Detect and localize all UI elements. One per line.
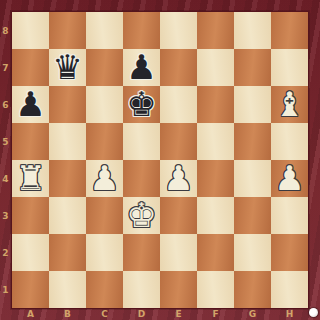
square-a2[interactable] <box>12 234 49 271</box>
square-g4[interactable] <box>234 160 271 197</box>
square-e1[interactable] <box>160 271 197 308</box>
square-d1[interactable] <box>123 271 160 308</box>
rank-label-5: 5 <box>0 123 11 160</box>
black-pawn[interactable]: ♟ <box>15 86 45 123</box>
square-c3[interactable] <box>86 197 123 234</box>
square-e3[interactable] <box>160 197 197 234</box>
white-rook[interactable]: ♜ <box>15 160 45 197</box>
white-bishop[interactable]: ♝ <box>274 86 304 123</box>
square-d5[interactable] <box>123 123 160 160</box>
white-to-move-indicator <box>309 308 318 317</box>
square-e7[interactable] <box>160 49 197 86</box>
file-label-d: D <box>123 307 160 320</box>
white-pawn[interactable]: ♟ <box>89 160 119 197</box>
rank-label-8: 8 <box>0 12 11 49</box>
chess-diagram: ♛♟♟♚♝♜♟♟♟♚ 87654321 ABCDEFGH <box>0 0 320 320</box>
square-c1[interactable] <box>86 271 123 308</box>
black-pawn[interactable]: ♟ <box>126 49 156 86</box>
square-e2[interactable] <box>160 234 197 271</box>
square-d8[interactable] <box>123 12 160 49</box>
square-g6[interactable] <box>234 86 271 123</box>
square-c8[interactable] <box>86 12 123 49</box>
square-b2[interactable] <box>49 234 86 271</box>
square-g2[interactable] <box>234 234 271 271</box>
square-a8[interactable] <box>12 12 49 49</box>
square-c4[interactable]: ♟ <box>86 160 123 197</box>
rank-label-6: 6 <box>0 86 11 123</box>
square-h6[interactable]: ♝ <box>271 86 308 123</box>
square-h7[interactable] <box>271 49 308 86</box>
square-a5[interactable] <box>12 123 49 160</box>
white-pawn[interactable]: ♟ <box>163 160 193 197</box>
rank-label-7: 7 <box>0 49 11 86</box>
square-b8[interactable] <box>49 12 86 49</box>
square-d6[interactable]: ♚ <box>123 86 160 123</box>
square-h4[interactable]: ♟ <box>271 160 308 197</box>
square-c6[interactable] <box>86 86 123 123</box>
file-label-e: E <box>160 307 197 320</box>
square-f4[interactable] <box>197 160 234 197</box>
square-h3[interactable] <box>271 197 308 234</box>
square-h5[interactable] <box>271 123 308 160</box>
square-c5[interactable] <box>86 123 123 160</box>
square-c2[interactable] <box>86 234 123 271</box>
black-queen[interactable]: ♛ <box>52 49 82 86</box>
square-g3[interactable] <box>234 197 271 234</box>
square-g8[interactable] <box>234 12 271 49</box>
square-d3[interactable]: ♚ <box>123 197 160 234</box>
square-e5[interactable] <box>160 123 197 160</box>
square-a1[interactable] <box>12 271 49 308</box>
file-label-a: A <box>12 307 49 320</box>
square-g7[interactable] <box>234 49 271 86</box>
black-king[interactable]: ♚ <box>126 86 156 123</box>
square-h2[interactable] <box>271 234 308 271</box>
square-a3[interactable] <box>12 197 49 234</box>
square-b5[interactable] <box>49 123 86 160</box>
square-f2[interactable] <box>197 234 234 271</box>
square-b1[interactable] <box>49 271 86 308</box>
file-label-h: H <box>271 307 308 320</box>
rank-label-2: 2 <box>0 234 11 271</box>
rank-label-1: 1 <box>0 271 11 308</box>
square-c7[interactable] <box>86 49 123 86</box>
square-d7[interactable]: ♟ <box>123 49 160 86</box>
file-label-c: C <box>86 307 123 320</box>
square-f3[interactable] <box>197 197 234 234</box>
square-f7[interactable] <box>197 49 234 86</box>
square-d2[interactable] <box>123 234 160 271</box>
square-b3[interactable] <box>49 197 86 234</box>
file-label-b: B <box>49 307 86 320</box>
square-b7[interactable]: ♛ <box>49 49 86 86</box>
square-e4[interactable]: ♟ <box>160 160 197 197</box>
square-h8[interactable] <box>271 12 308 49</box>
square-e8[interactable] <box>160 12 197 49</box>
square-b4[interactable] <box>49 160 86 197</box>
square-d4[interactable] <box>123 160 160 197</box>
white-king[interactable]: ♚ <box>126 197 156 234</box>
square-g1[interactable] <box>234 271 271 308</box>
square-h1[interactable] <box>271 271 308 308</box>
rank-label-4: 4 <box>0 160 11 197</box>
square-a7[interactable] <box>12 49 49 86</box>
square-f8[interactable] <box>197 12 234 49</box>
rank-label-3: 3 <box>0 197 11 234</box>
file-label-g: G <box>234 307 271 320</box>
file-label-f: F <box>197 307 234 320</box>
square-g5[interactable] <box>234 123 271 160</box>
square-a4[interactable]: ♜ <box>12 160 49 197</box>
square-e6[interactable] <box>160 86 197 123</box>
square-b6[interactable] <box>49 86 86 123</box>
white-pawn[interactable]: ♟ <box>274 160 304 197</box>
square-f5[interactable] <box>197 123 234 160</box>
square-a6[interactable]: ♟ <box>12 86 49 123</box>
square-f1[interactable] <box>197 271 234 308</box>
chess-board: ♛♟♟♚♝♜♟♟♟♚ <box>12 12 308 308</box>
square-f6[interactable] <box>197 86 234 123</box>
